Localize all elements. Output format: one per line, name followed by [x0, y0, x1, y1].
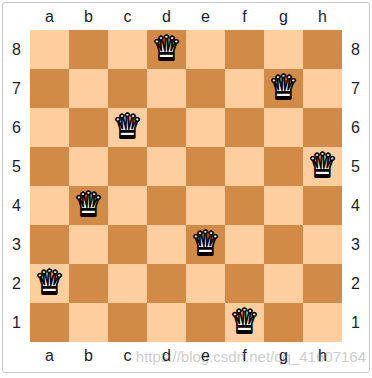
square-c8[interactable] — [108, 30, 147, 69]
rank-label-left-5: 5 — [3, 147, 30, 186]
file-label-bottom-d: d — [147, 342, 186, 370]
square-g8[interactable] — [264, 30, 303, 69]
square-c1[interactable] — [108, 303, 147, 342]
square-a7[interactable] — [30, 69, 69, 108]
square-e7[interactable] — [186, 69, 225, 108]
square-e2[interactable] — [186, 264, 225, 303]
square-c4[interactable] — [108, 186, 147, 225]
rank-label-left-3: 3 — [3, 225, 30, 264]
square-d8[interactable]: ♛ — [147, 30, 186, 69]
square-g1[interactable] — [264, 303, 303, 342]
rank-label-right-2: 2 — [342, 264, 369, 303]
square-d6[interactable] — [147, 108, 186, 147]
file-label-top-b: b — [69, 3, 108, 30]
square-f7[interactable] — [225, 69, 264, 108]
rank-label-right-6: 6 — [342, 108, 369, 147]
rank-label-right-7: 7 — [342, 69, 369, 108]
file-label-bottom-f: f — [225, 342, 264, 370]
rank-label-right-8: 8 — [342, 30, 369, 69]
square-g6[interactable] — [264, 108, 303, 147]
rank-label-left-2: 2 — [3, 264, 30, 303]
square-h6[interactable] — [303, 108, 342, 147]
square-a5[interactable] — [30, 147, 69, 186]
square-d7[interactable] — [147, 69, 186, 108]
square-h5[interactable]: ♛ — [303, 147, 342, 186]
square-h4[interactable] — [303, 186, 342, 225]
rank-label-left-4: 4 — [3, 186, 30, 225]
square-g2[interactable] — [264, 264, 303, 303]
file-label-bottom-h: h — [303, 342, 342, 370]
file-label-bottom-b: b — [69, 342, 108, 370]
square-g4[interactable] — [264, 186, 303, 225]
white-queen-icon: ♛ — [112, 107, 142, 146]
file-label-bottom-e: e — [186, 342, 225, 370]
corner-bottom-left — [3, 342, 30, 370]
file-label-top-h: h — [303, 3, 342, 30]
white-queen-icon: ♛ — [307, 146, 337, 185]
white-queen-icon: ♛ — [268, 68, 298, 107]
square-b6[interactable] — [69, 108, 108, 147]
rank-label-left-6: 6 — [3, 108, 30, 147]
file-label-bottom-g: g — [264, 342, 303, 370]
square-e1[interactable] — [186, 303, 225, 342]
file-label-bottom-c: c — [108, 342, 147, 370]
square-h8[interactable] — [303, 30, 342, 69]
square-e8[interactable] — [186, 30, 225, 69]
square-e3[interactable]: ♛ — [186, 225, 225, 264]
square-b2[interactable] — [69, 264, 108, 303]
square-f2[interactable] — [225, 264, 264, 303]
corner-top-left — [3, 3, 30, 30]
chess-board: abcdefgh8♛87♛76♛65♛54♛43♛32♛21♛1abcdefgh — [3, 3, 369, 370]
square-h2[interactable] — [303, 264, 342, 303]
square-a3[interactable] — [30, 225, 69, 264]
square-h1[interactable] — [303, 303, 342, 342]
rank-label-right-4: 4 — [342, 186, 369, 225]
square-d3[interactable] — [147, 225, 186, 264]
square-g5[interactable] — [264, 147, 303, 186]
square-d2[interactable] — [147, 264, 186, 303]
square-b4[interactable]: ♛ — [69, 186, 108, 225]
square-f3[interactable] — [225, 225, 264, 264]
square-e4[interactable] — [186, 186, 225, 225]
rank-label-right-3: 3 — [342, 225, 369, 264]
square-f5[interactable] — [225, 147, 264, 186]
square-b8[interactable] — [69, 30, 108, 69]
rank-label-left-8: 8 — [3, 30, 30, 69]
file-label-bottom-a: a — [30, 342, 69, 370]
rank-label-right-1: 1 — [342, 303, 369, 342]
rank-label-right-5: 5 — [342, 147, 369, 186]
square-c5[interactable] — [108, 147, 147, 186]
square-a1[interactable] — [30, 303, 69, 342]
square-f4[interactable] — [225, 186, 264, 225]
square-f8[interactable] — [225, 30, 264, 69]
corner-bottom-right — [342, 342, 369, 370]
file-label-top-d: d — [147, 3, 186, 30]
file-label-top-g: g — [264, 3, 303, 30]
white-queen-icon: ♛ — [229, 302, 259, 341]
square-c2[interactable] — [108, 264, 147, 303]
file-label-top-e: e — [186, 3, 225, 30]
square-a8[interactable] — [30, 30, 69, 69]
square-f1[interactable]: ♛ — [225, 303, 264, 342]
square-a6[interactable] — [30, 108, 69, 147]
white-queen-icon: ♛ — [190, 224, 220, 263]
square-h7[interactable] — [303, 69, 342, 108]
square-a4[interactable] — [30, 186, 69, 225]
square-c3[interactable] — [108, 225, 147, 264]
white-queen-icon: ♛ — [34, 263, 64, 302]
square-d1[interactable] — [147, 303, 186, 342]
square-f6[interactable] — [225, 108, 264, 147]
rank-label-left-1: 1 — [3, 303, 30, 342]
square-e6[interactable] — [186, 108, 225, 147]
square-b7[interactable] — [69, 69, 108, 108]
square-g3[interactable] — [264, 225, 303, 264]
square-d4[interactable] — [147, 186, 186, 225]
rank-label-left-7: 7 — [3, 69, 30, 108]
file-label-top-c: c — [108, 3, 147, 30]
square-e5[interactable] — [186, 147, 225, 186]
file-label-top-f: f — [225, 3, 264, 30]
square-d5[interactable] — [147, 147, 186, 186]
square-b5[interactable] — [69, 147, 108, 186]
file-label-top-a: a — [30, 3, 69, 30]
square-g7[interactable]: ♛ — [264, 69, 303, 108]
white-queen-icon: ♛ — [73, 185, 103, 224]
board-frame: https://blog.csdn.net/qq_41607164 abcdef… — [2, 2, 370, 373]
square-a2[interactable]: ♛ — [30, 264, 69, 303]
corner-top-right — [342, 3, 369, 30]
square-h3[interactable] — [303, 225, 342, 264]
square-c7[interactable] — [108, 69, 147, 108]
square-c6[interactable]: ♛ — [108, 108, 147, 147]
square-b1[interactable] — [69, 303, 108, 342]
square-b3[interactable] — [69, 225, 108, 264]
white-queen-icon: ♛ — [151, 29, 181, 68]
